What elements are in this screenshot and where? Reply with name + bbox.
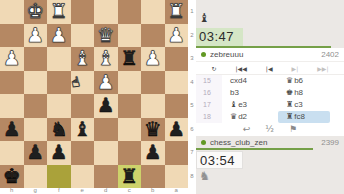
chess-piece-bN-f6[interactable]: ♞ [47,118,71,142]
board-square-d6[interactable] [94,118,118,142]
figurine-icon: ♝ [230,100,237,109]
chess-piece-bR-c3[interactable]: ♜ [118,47,142,71]
move-list: 15cxd4♛b616b3♚h817♝e3♜c318♛d2♜fc8 [196,75,344,123]
chess-piece-wQ-d2[interactable]: ♛ [94,24,118,48]
game-side-panel: ♝ 03:47 zebreuuu 2402 ↻|◀◀|◀▶|▶▶| 15cxd4… [196,0,344,194]
top-player-row: zebreuuu 2402 [196,48,344,62]
board-square-f8[interactable] [47,165,71,189]
figurine-icon: ♛ [286,76,293,85]
white-move-17[interactable]: ♝e3 [222,99,278,111]
chess-piece-bP-f7[interactable]: ♟ [47,141,71,165]
chess-piece-wR-a1[interactable]: ♜ [165,0,189,24]
rank-label-1: 1 [188,0,196,24]
board-square-g7[interactable]: ♟ [24,141,48,165]
move-number: 18 [196,111,222,123]
board-square-c7[interactable] [118,141,142,165]
white-move-15[interactable]: cxd4 [222,75,278,87]
move-row-17: 17♝e3♜c3 [196,99,344,111]
resign-button[interactable]: ⚑ [289,123,297,136]
board-square-a7[interactable] [165,141,189,165]
board-square-f5[interactable] [47,94,71,118]
chess-board[interactable]: ♚♜♜♟♟♛♟♟♝♝♜♟♟♟♟♞♝♛♟♟♟♟♚♜ 12345678 hgfedc… [0,0,196,194]
board-square-h6[interactable]: ♟ [0,118,24,142]
move-number: 15 [196,75,222,87]
online-dot-icon [201,52,206,57]
board-square-d8[interactable] [94,165,118,189]
move-row-15: 15cxd4♛b6 [196,75,344,87]
chess-piece-wK-g1[interactable]: ♚ [24,0,48,24]
file-label-d: d [94,187,118,194]
board-square-a2[interactable]: ♟ [165,24,189,48]
board-square-c5[interactable] [118,94,142,118]
board-square-e2[interactable] [71,24,95,48]
board-square-e1[interactable] [71,0,95,24]
last-move-button[interactable]: ▶▶| [317,65,328,72]
black-move-17[interactable]: ♜c3 [278,99,344,111]
chess-piece-wB-e3[interactable]: ♝ [71,47,95,71]
board-square-h8[interactable]: ♚ [0,165,24,189]
board-square-b1[interactable] [141,0,165,24]
white-move-18[interactable]: ♛d2 [222,111,278,123]
next-move-button[interactable]: ▶| [292,65,299,72]
figurine-icon: ♜ [286,112,293,121]
rank-labels: 12345678 [188,0,196,188]
figurine-icon: ♛ [230,112,237,121]
top-player-clock: 03:47 [196,28,243,46]
board-square-b5[interactable] [141,94,165,118]
top-clock-time: 03:47 [199,29,234,44]
file-label-e: e [71,187,95,194]
board-square-d4[interactable]: ♟ [94,71,118,95]
board-square-f7[interactable]: ♟ [47,141,71,165]
board-square-a1[interactable]: ♜ [165,0,189,24]
board-square-b2[interactable] [141,24,165,48]
board-square-h3[interactable]: ♟ [0,47,24,71]
board-square-a8[interactable] [165,165,189,189]
board-square-b6[interactable]: ♛ [141,118,165,142]
figurine-icon: ♚ [286,88,293,97]
board-square-c1[interactable] [118,0,142,24]
board-square-d7[interactable] [94,141,118,165]
board-square-g1[interactable]: ♚ [24,0,48,24]
board-square-d5[interactable]: ♟ [94,94,118,118]
board-square-g8[interactable] [24,165,48,189]
board-square-f2[interactable]: ♟ [47,24,71,48]
board-square-d3[interactable]: ♝ [94,47,118,71]
board-square-g2[interactable]: ♟ [24,24,48,48]
board-square-f6[interactable]: ♞ [47,118,71,142]
white-move-16[interactable]: b3 [222,87,278,99]
board-square-c6[interactable] [118,118,142,142]
chess-piece-bB-e6[interactable]: ♝ [71,118,95,142]
figurine-icon: ♜ [286,100,293,109]
bottom-time-progressbar [196,148,313,150]
chess-piece-wP-h3[interactable]: ♟ [0,47,24,71]
board-square-h7[interactable] [0,141,24,165]
moves-section: zebreuuu 2402 ↻|◀◀|◀▶|▶▶| 15cxd4♛b616b3♚… [196,48,344,136]
board-square-b3[interactable]: ♟ [141,47,165,71]
rank-label-5: 5 [188,94,196,118]
board-square-e5[interactable] [71,94,95,118]
board-square-a6[interactable]: ♟ [165,118,189,142]
chess-piece-bP-b7[interactable]: ♟ [141,141,165,165]
board-square-g4[interactable] [24,71,48,95]
board-square-g3[interactable] [24,47,48,71]
chess-piece-bP-g7[interactable]: ♟ [24,141,48,165]
bottom-player-row: chess_club_zen 2399 [196,136,344,148]
chess-piece-bP-a6[interactable]: ♟ [165,118,189,142]
board-square-f1[interactable]: ♜ [47,0,71,24]
board-square-a5[interactable] [165,94,189,118]
chess-piece-bK-h8[interactable]: ♚ [0,165,24,189]
flip-board-button[interactable]: ↻ [212,65,217,72]
bottom-clock-time: 03:54 [200,153,235,168]
chess-piece-wP-f2[interactable]: ♟ [47,24,71,48]
chess-piece-wB-d3[interactable]: ♝ [94,47,118,71]
board-square-c4[interactable] [118,71,142,95]
lichess-game-screen: ♚♜♜♟♟♛♟♟♝♝♜♟♟♟♟♞♝♛♟♟♟♟♚♜ 12345678 hgfedc… [0,0,344,194]
file-label-h: h [0,187,24,194]
move-number: 17 [196,99,222,111]
chess-piece-wP-d4[interactable]: ♟ [94,71,118,95]
material-diff-bishop-icon: ♝ [199,12,210,24]
board-square-c2[interactable] [118,24,142,48]
rank-label-2: 2 [188,24,196,48]
board-square-a4[interactable] [165,71,189,95]
rank-label-8: 8 [188,165,196,189]
file-label-c: c [118,187,142,194]
rank-label-6: 6 [188,118,196,142]
chess-piece-wP-g2[interactable]: ♟ [24,24,48,48]
rank-label-3: 3 [188,47,196,71]
rank-label-7: 7 [188,141,196,165]
takeback-button[interactable]: ↩ [243,123,251,136]
online-dot-icon [201,140,206,145]
board-square-b4[interactable] [141,71,165,95]
black-move-16[interactable]: ♚h8 [278,87,344,99]
game-action-buttons: ↩½⚑ [196,123,344,136]
board-square-e7[interactable] [71,141,95,165]
file-label-g: g [24,187,48,194]
move-row-16: 16b3♚h8 [196,87,344,99]
top-player-name[interactable]: zebreuuu [210,50,243,59]
board-square-c8[interactable]: ♜ [118,165,142,189]
file-label-b: b [141,187,165,194]
board-square-b8[interactable] [141,165,165,189]
chess-piece-wR-f1[interactable]: ♜ [47,0,71,24]
board-square-g6[interactable] [24,118,48,142]
chess-piece-bQ-b6[interactable]: ♛ [141,118,165,142]
top-player-rating: 2402 [321,50,339,59]
chess-piece-wP-a2[interactable]: ♟ [165,24,189,48]
bottom-player-clock: 03:54 [196,151,243,169]
black-move-18[interactable]: ♜fc8 [278,111,330,123]
chess-piece-bP-d5[interactable]: ♟ [94,94,118,118]
board-square-h1[interactable] [0,0,24,24]
board-square-e6[interactable]: ♝ [71,118,95,142]
board-square-g5[interactable] [24,94,48,118]
offer-draw-button[interactable]: ½ [265,123,274,136]
board-square-e4[interactable] [71,71,95,95]
board-square-e3[interactable]: ♝ [71,47,95,71]
board-square-e8[interactable] [71,165,95,189]
bottom-player-name[interactable]: chess_club_zen [210,138,267,147]
rank-label-4: 4 [188,71,196,95]
board-square-d2[interactable]: ♛ [94,24,118,48]
previous-move-button[interactable]: |◀ [266,65,273,72]
board-square-h4[interactable] [0,71,24,95]
board-square-h5[interactable] [0,94,24,118]
material-diff-knight-icon: ♞ [199,170,210,182]
file-label-a: a [165,187,189,194]
board-squares[interactable]: ♚♜♜♟♟♛♟♟♝♝♜♟♟♟♟♞♝♛♟♟♟♟♚♜ [0,0,188,188]
bottom-player-rating: 2399 [321,138,339,147]
board-square-h2[interactable] [0,24,24,48]
board-square-c3[interactable]: ♜ [118,47,142,71]
chess-piece-wP-b3[interactable]: ♟ [141,47,165,71]
board-square-f4[interactable] [47,71,71,95]
first-move-button[interactable]: |◀◀ [236,65,247,72]
file-labels: hgfedcba [0,187,188,194]
move-number: 16 [196,87,222,99]
board-square-d1[interactable] [94,0,118,24]
board-square-a3[interactable] [165,47,189,71]
board-square-b7[interactable]: ♟ [141,141,165,165]
file-label-f: f [47,187,71,194]
move-nav-controls: ↻|◀◀|◀▶|▶▶| [196,62,344,75]
black-move-15[interactable]: ♛b6 [278,75,344,87]
board-square-f3[interactable] [47,47,71,71]
move-row-18: 18♛d2♜fc8 [196,111,344,123]
chess-piece-bR-c8[interactable]: ♜ [118,165,142,189]
chess-piece-bP-h6[interactable]: ♟ [0,118,24,142]
